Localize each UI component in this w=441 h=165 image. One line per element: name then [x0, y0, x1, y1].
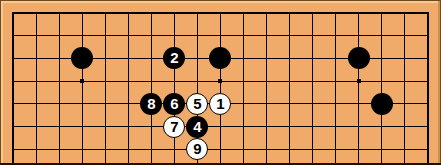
star-point-D16	[80, 79, 84, 83]
stone-black-Q17[interactable]	[348, 47, 370, 69]
board-frame-top-bevel	[1, 1, 440, 3]
board-bottom-cut-line	[0, 163, 441, 165]
grid-line-horizontal	[12, 126, 429, 127]
grid-line-horizontal	[12, 149, 429, 150]
grid-line-horizontal	[12, 35, 429, 36]
board-frame-left-bevel	[1, 1, 3, 165]
go-board[interactable]: 28651749	[0, 0, 441, 165]
stone-black-R15[interactable]	[371, 93, 393, 115]
stone-white-J15[interactable]: 5	[186, 93, 208, 115]
board-frame-right-bevel	[438, 1, 440, 165]
stone-black-D17[interactable]	[71, 47, 93, 69]
stone-white-J13[interactable]: 9	[186, 138, 208, 160]
star-point-K16	[218, 79, 222, 83]
stone-black-H17[interactable]: 2	[163, 47, 185, 69]
stone-white-K15[interactable]: 1	[209, 93, 231, 115]
stone-black-J14[interactable]: 4	[186, 116, 208, 138]
star-point-Q16	[357, 79, 361, 83]
stone-black-H15[interactable]: 6	[163, 93, 185, 115]
grid-line-horizontal	[12, 12, 429, 14]
stone-black-G15[interactable]: 8	[140, 93, 162, 115]
stone-black-K17[interactable]	[209, 47, 231, 69]
stone-white-H14[interactable]: 7	[163, 116, 185, 138]
